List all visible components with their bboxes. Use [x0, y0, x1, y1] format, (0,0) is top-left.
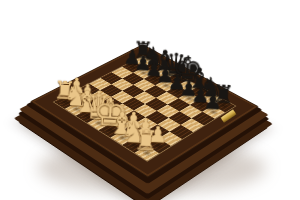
- square-h1[interactable]: ♜: [135, 146, 159, 161]
- black-pawn-h7[interactable]: ♟: [195, 91, 230, 114]
- chess-set-photo: ♜♞♝♛♚♝♞♜♟♟♟♟♟♟♟♟♟♟♟♟♟♟♟♟♜♞♝♛♚♝♞♜: [0, 0, 300, 200]
- white-rook-h1[interactable]: ♜: [127, 126, 165, 155]
